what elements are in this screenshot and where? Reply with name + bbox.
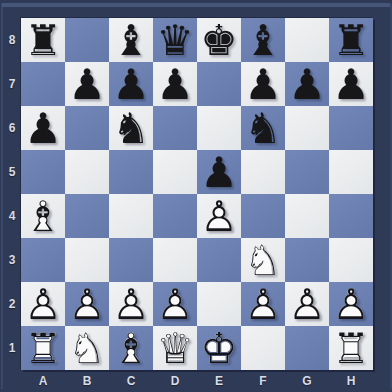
square-g7[interactable]: ♟ <box>285 62 329 106</box>
square-h4[interactable] <box>329 194 373 238</box>
file-label-F: F <box>241 371 285 391</box>
square-c8[interactable]: ♝ <box>109 18 153 62</box>
piece-black-pawn: ♟ <box>153 62 197 106</box>
square-e1[interactable]: ♚♔ <box>197 326 241 370</box>
square-h5[interactable] <box>329 150 373 194</box>
piece-white-queen: ♛♕ <box>153 326 197 370</box>
square-h7[interactable]: ♟ <box>329 62 373 106</box>
square-f5[interactable] <box>241 150 285 194</box>
piece-white-pawn: ♟♙ <box>285 282 329 326</box>
square-a4[interactable]: ♝♗ <box>21 194 65 238</box>
piece-white-king: ♚♔ <box>197 326 241 370</box>
square-d1[interactable]: ♛♕ <box>153 326 197 370</box>
piece-black-pawn: ♟ <box>329 62 373 106</box>
file-label-C: C <box>109 371 153 391</box>
square-b8[interactable] <box>65 18 109 62</box>
square-a3[interactable] <box>21 238 65 282</box>
piece-black-pawn: ♟ <box>241 62 285 106</box>
piece-white-pawn: ♟♙ <box>241 282 285 326</box>
piece-black-bishop: ♝ <box>241 18 285 62</box>
square-h6[interactable] <box>329 106 373 150</box>
square-g8[interactable] <box>285 18 329 62</box>
piece-white-pawn: ♟♙ <box>329 282 373 326</box>
rank-label-2: 2 <box>0 282 21 326</box>
piece-black-king: ♚ <box>197 18 241 62</box>
square-b2[interactable]: ♟♙ <box>65 282 109 326</box>
piece-black-knight: ♞ <box>109 106 153 150</box>
piece-white-pawn: ♟♙ <box>21 282 65 326</box>
square-e7[interactable] <box>197 62 241 106</box>
piece-white-knight: ♞♘ <box>241 238 285 282</box>
rank-label-6: 6 <box>0 106 21 150</box>
square-b4[interactable] <box>65 194 109 238</box>
square-h1[interactable]: ♜♖ <box>329 326 373 370</box>
file-label-H: H <box>329 371 373 391</box>
square-b7[interactable]: ♟ <box>65 62 109 106</box>
square-c5[interactable] <box>109 150 153 194</box>
piece-black-pawn: ♟ <box>65 62 109 106</box>
square-b5[interactable] <box>65 150 109 194</box>
piece-white-knight: ♞♘ <box>65 326 109 370</box>
square-g5[interactable] <box>285 150 329 194</box>
square-d2[interactable]: ♟♙ <box>153 282 197 326</box>
square-a6[interactable]: ♟ <box>21 106 65 150</box>
square-b3[interactable] <box>65 238 109 282</box>
square-g6[interactable] <box>285 106 329 150</box>
piece-black-pawn: ♟ <box>285 62 329 106</box>
square-a1[interactable]: ♜♖ <box>21 326 65 370</box>
square-c7[interactable]: ♟ <box>109 62 153 106</box>
file-label-B: B <box>65 371 109 391</box>
square-e6[interactable] <box>197 106 241 150</box>
square-e4[interactable]: ♟♙ <box>197 194 241 238</box>
square-d4[interactable] <box>153 194 197 238</box>
square-g2[interactable]: ♟♙ <box>285 282 329 326</box>
square-a7[interactable] <box>21 62 65 106</box>
piece-white-pawn: ♟♙ <box>197 194 241 238</box>
piece-black-rook: ♜ <box>21 18 65 62</box>
square-g1[interactable] <box>285 326 329 370</box>
rank-label-3: 3 <box>0 238 21 282</box>
square-c6[interactable]: ♞ <box>109 106 153 150</box>
square-e5[interactable]: ♟ <box>197 150 241 194</box>
square-f1[interactable] <box>241 326 285 370</box>
file-label-G: G <box>285 371 329 391</box>
rank-label-7: 7 <box>0 62 21 106</box>
rank-label-8: 8 <box>0 18 21 62</box>
piece-white-rook: ♜♖ <box>21 326 65 370</box>
rank-label-5: 5 <box>0 150 21 194</box>
square-c3[interactable] <box>109 238 153 282</box>
square-f7[interactable]: ♟ <box>241 62 285 106</box>
file-label-D: D <box>153 371 197 391</box>
rank-label-1: 1 <box>0 326 21 370</box>
square-d7[interactable]: ♟ <box>153 62 197 106</box>
square-d8[interactable]: ♛ <box>153 18 197 62</box>
piece-black-pawn: ♟ <box>197 150 241 194</box>
square-f6[interactable]: ♞ <box>241 106 285 150</box>
square-c4[interactable] <box>109 194 153 238</box>
piece-white-pawn: ♟♙ <box>153 282 197 326</box>
square-g3[interactable] <box>285 238 329 282</box>
square-b1[interactable]: ♞♘ <box>65 326 109 370</box>
square-a8[interactable]: ♜ <box>21 18 65 62</box>
rank-label-4: 4 <box>0 194 21 238</box>
square-f8[interactable]: ♝ <box>241 18 285 62</box>
square-a5[interactable] <box>21 150 65 194</box>
square-d3[interactable] <box>153 238 197 282</box>
piece-black-pawn: ♟ <box>109 62 153 106</box>
piece-black-pawn: ♟ <box>21 106 65 150</box>
piece-white-rook: ♜♖ <box>329 326 373 370</box>
square-e8[interactable]: ♚ <box>197 18 241 62</box>
square-h3[interactable] <box>329 238 373 282</box>
square-g4[interactable] <box>285 194 329 238</box>
piece-black-rook: ♜ <box>329 18 373 62</box>
piece-black-queen: ♛ <box>153 18 197 62</box>
square-d6[interactable] <box>153 106 197 150</box>
piece-white-pawn: ♟♙ <box>65 282 109 326</box>
square-c2[interactable]: ♟♙ <box>109 282 153 326</box>
piece-white-pawn: ♟♙ <box>109 282 153 326</box>
chess-diagram: ♜♝♛♚♝♜♟♟♟♟♟♟♟♞♞♟♝♗♟♙♞♘♟♙♟♙♟♙♟♙♟♙♟♙♟♙♜♖♞♘… <box>0 0 392 392</box>
square-e2[interactable] <box>197 282 241 326</box>
piece-black-bishop: ♝ <box>109 18 153 62</box>
square-h2[interactable]: ♟♙ <box>329 282 373 326</box>
square-f4[interactable] <box>241 194 285 238</box>
frame-bevel-top <box>2 3 390 7</box>
chess-board: ♜♝♛♚♝♜♟♟♟♟♟♟♟♞♞♟♝♗♟♙♞♘♟♙♟♙♟♙♟♙♟♙♟♙♟♙♜♖♞♘… <box>21 18 373 370</box>
piece-black-knight: ♞ <box>241 106 285 150</box>
square-b6[interactable] <box>65 106 109 150</box>
piece-white-bishop: ♝♗ <box>109 326 153 370</box>
square-d5[interactable] <box>153 150 197 194</box>
square-c1[interactable]: ♝♗ <box>109 326 153 370</box>
square-f3[interactable]: ♞♘ <box>241 238 285 282</box>
square-h8[interactable]: ♜ <box>329 18 373 62</box>
square-f2[interactable]: ♟♙ <box>241 282 285 326</box>
file-label-E: E <box>197 371 241 391</box>
square-a2[interactable]: ♟♙ <box>21 282 65 326</box>
file-label-A: A <box>21 371 65 391</box>
square-e3[interactable] <box>197 238 241 282</box>
piece-white-bishop: ♝♗ <box>21 194 65 238</box>
